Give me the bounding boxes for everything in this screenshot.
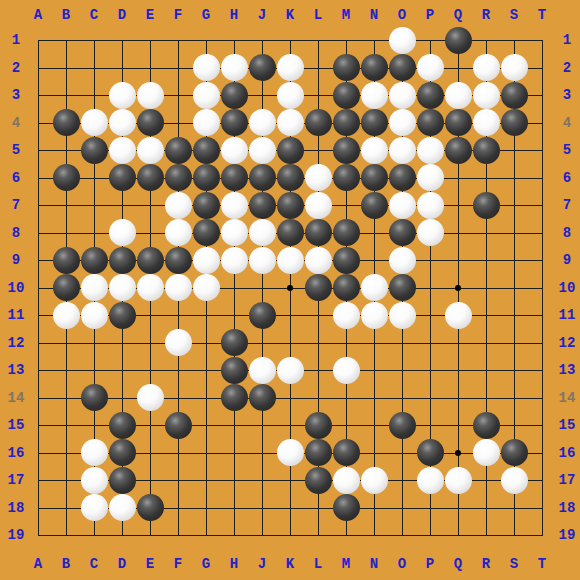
board-cell[interactable]: ○	[360, 136, 388, 164]
board-cell[interactable]	[24, 439, 52, 467]
board-cell[interactable]	[164, 466, 192, 494]
board-cell[interactable]: ●	[108, 246, 136, 274]
board-cell[interactable]	[220, 466, 248, 494]
board-cell[interactable]	[80, 356, 108, 384]
board-cell[interactable]: ●	[332, 439, 360, 467]
board-cell[interactable]	[248, 329, 276, 357]
board-cell[interactable]	[80, 164, 108, 192]
board-cell[interactable]	[24, 494, 52, 522]
board-cell[interactable]	[80, 219, 108, 247]
board-cell[interactable]	[528, 81, 556, 109]
board-cell[interactable]: ●	[416, 109, 444, 137]
board-cell[interactable]	[24, 109, 52, 137]
board-cell[interactable]	[360, 439, 388, 467]
board-cell[interactable]: ○	[332, 466, 360, 494]
board-cell[interactable]: ○	[416, 191, 444, 219]
board-cell[interactable]: ●	[248, 54, 276, 82]
board-cell[interactable]	[388, 521, 416, 549]
board-cell[interactable]: ○	[80, 301, 108, 329]
board-cell[interactable]: ●	[444, 26, 472, 54]
board-cell[interactable]	[472, 301, 500, 329]
board-cell[interactable]	[220, 439, 248, 467]
board-cell[interactable]	[80, 521, 108, 549]
board-cell[interactable]: ●	[388, 54, 416, 82]
board-cell[interactable]	[276, 466, 304, 494]
board-cell[interactable]	[528, 109, 556, 137]
board-cell[interactable]	[500, 219, 528, 247]
board-cell[interactable]: ●	[304, 466, 332, 494]
board-cell[interactable]: ●	[108, 301, 136, 329]
board-cell[interactable]	[136, 191, 164, 219]
board-cell[interactable]	[136, 356, 164, 384]
board-cell[interactable]	[164, 109, 192, 137]
board-cell[interactable]: ○	[472, 109, 500, 137]
board-cell[interactable]	[24, 219, 52, 247]
board-cell[interactable]	[220, 411, 248, 439]
board-cell[interactable]: ○	[80, 494, 108, 522]
board-cell[interactable]	[136, 26, 164, 54]
board-cell[interactable]	[108, 26, 136, 54]
board-cell[interactable]	[472, 26, 500, 54]
board-cell[interactable]	[500, 246, 528, 274]
board-cell[interactable]	[192, 466, 220, 494]
board-cell[interactable]	[192, 411, 220, 439]
board-cell[interactable]: ○	[360, 81, 388, 109]
board-cell[interactable]: ○	[304, 191, 332, 219]
board-cell[interactable]: ○	[220, 246, 248, 274]
board-cell[interactable]	[528, 301, 556, 329]
board-cell[interactable]	[444, 246, 472, 274]
board-cell[interactable]: ○	[276, 439, 304, 467]
board-cell[interactable]: ●	[304, 219, 332, 247]
board-cell[interactable]	[220, 301, 248, 329]
board-cell[interactable]	[360, 219, 388, 247]
board-cell[interactable]: ●	[332, 81, 360, 109]
board-cell[interactable]: ●	[52, 109, 80, 137]
board-cell[interactable]	[248, 521, 276, 549]
board-cell[interactable]	[500, 356, 528, 384]
board-cell[interactable]	[528, 136, 556, 164]
board-cell[interactable]	[276, 494, 304, 522]
board-cell[interactable]: ●	[80, 384, 108, 412]
board-cell[interactable]	[220, 26, 248, 54]
board-cell[interactable]	[80, 191, 108, 219]
board-cell[interactable]	[528, 411, 556, 439]
board-cell[interactable]	[164, 439, 192, 467]
board-cell[interactable]	[192, 356, 220, 384]
board-cell[interactable]: ●	[304, 109, 332, 137]
board-cell[interactable]	[80, 26, 108, 54]
board-cell[interactable]: ○	[388, 191, 416, 219]
board-cell[interactable]: ●	[164, 246, 192, 274]
board-cell[interactable]	[52, 81, 80, 109]
board-cell[interactable]: ○	[220, 219, 248, 247]
board-cell[interactable]	[444, 439, 472, 467]
board-cell[interactable]	[388, 329, 416, 357]
board-cell[interactable]	[444, 274, 472, 302]
board-cell[interactable]: ●	[108, 411, 136, 439]
board-cell[interactable]: ●	[416, 439, 444, 467]
board-cell[interactable]	[528, 329, 556, 357]
board-cell[interactable]: ●	[52, 246, 80, 274]
board-cell[interactable]	[472, 164, 500, 192]
board-cell[interactable]: ●	[332, 164, 360, 192]
board-cell[interactable]	[164, 54, 192, 82]
board-cell[interactable]	[108, 521, 136, 549]
board-cell[interactable]	[52, 26, 80, 54]
board-cell[interactable]	[528, 54, 556, 82]
board-cell[interactable]	[24, 136, 52, 164]
board-cell[interactable]: ○	[192, 246, 220, 274]
board-cell[interactable]	[360, 329, 388, 357]
board-cell[interactable]	[416, 521, 444, 549]
board-cell[interactable]: ●	[472, 411, 500, 439]
board-cell[interactable]: ○	[472, 439, 500, 467]
board-cell[interactable]: ●	[248, 301, 276, 329]
board-cell[interactable]	[500, 411, 528, 439]
board-cell[interactable]: ○	[388, 301, 416, 329]
board-cell[interactable]: ○	[192, 109, 220, 137]
board-cell[interactable]	[472, 466, 500, 494]
board-cell[interactable]	[360, 26, 388, 54]
board-cell[interactable]	[52, 439, 80, 467]
board-cell[interactable]: ○	[108, 109, 136, 137]
board-cell[interactable]: ●	[472, 191, 500, 219]
board-cell[interactable]: ●	[136, 494, 164, 522]
board-cell[interactable]	[500, 384, 528, 412]
board-cell[interactable]	[444, 164, 472, 192]
board-cell[interactable]	[332, 384, 360, 412]
board-cell[interactable]: ●	[304, 411, 332, 439]
board-cell[interactable]	[276, 329, 304, 357]
board-cell[interactable]	[248, 411, 276, 439]
board-cell[interactable]: ○	[164, 219, 192, 247]
go-board[interactable]: ○●○○●○●●●○○○○○○●○●○○●○○●●○○●○●○○●●●○●●○●…	[24, 26, 556, 549]
board-cell[interactable]	[360, 521, 388, 549]
board-cell[interactable]	[528, 26, 556, 54]
board-cell[interactable]: ○	[276, 54, 304, 82]
board-cell[interactable]: ○	[108, 219, 136, 247]
board-cell[interactable]	[108, 191, 136, 219]
board-cell[interactable]: ○	[52, 301, 80, 329]
board-cell[interactable]	[108, 54, 136, 82]
board-cell[interactable]: ●	[304, 439, 332, 467]
board-cell[interactable]: ○	[108, 81, 136, 109]
board-cell[interactable]	[304, 521, 332, 549]
board-cell[interactable]	[472, 384, 500, 412]
board-cell[interactable]	[136, 439, 164, 467]
board-cell[interactable]: ●	[360, 54, 388, 82]
board-cell[interactable]	[332, 411, 360, 439]
board-cell[interactable]: ●	[220, 109, 248, 137]
board-cell[interactable]	[220, 521, 248, 549]
board-cell[interactable]: ○	[248, 246, 276, 274]
board-cell[interactable]: ○	[444, 81, 472, 109]
board-cell[interactable]	[164, 26, 192, 54]
board-cell[interactable]	[80, 81, 108, 109]
board-cell[interactable]: ●	[332, 54, 360, 82]
board-cell[interactable]: ●	[192, 136, 220, 164]
board-cell[interactable]: ●	[332, 219, 360, 247]
board-cell[interactable]: ●	[108, 439, 136, 467]
board-cell[interactable]	[108, 356, 136, 384]
board-cell[interactable]	[80, 54, 108, 82]
board-cell[interactable]: ○	[80, 439, 108, 467]
board-cell[interactable]	[416, 356, 444, 384]
board-cell[interactable]	[276, 521, 304, 549]
board-cell[interactable]	[304, 26, 332, 54]
board-cell[interactable]	[528, 466, 556, 494]
board-cell[interactable]	[192, 521, 220, 549]
board-cell[interactable]: ○	[304, 164, 332, 192]
board-cell[interactable]	[528, 219, 556, 247]
board-cell[interactable]	[332, 521, 360, 549]
board-cell[interactable]	[276, 274, 304, 302]
board-cell[interactable]	[108, 384, 136, 412]
board-cell[interactable]: ○	[80, 274, 108, 302]
board-cell[interactable]: ○	[444, 466, 472, 494]
board-cell[interactable]	[248, 439, 276, 467]
board-cell[interactable]: ●	[332, 274, 360, 302]
board-cell[interactable]: ●	[220, 81, 248, 109]
board-cell[interactable]: ○	[164, 274, 192, 302]
board-cell[interactable]: ●	[276, 219, 304, 247]
board-cell[interactable]	[276, 411, 304, 439]
board-cell[interactable]	[136, 329, 164, 357]
board-cell[interactable]	[276, 384, 304, 412]
board-cell[interactable]: ○	[136, 274, 164, 302]
board-cell[interactable]	[360, 494, 388, 522]
board-cell[interactable]	[52, 521, 80, 549]
board-cell[interactable]: ○	[192, 274, 220, 302]
board-cell[interactable]: ●	[388, 274, 416, 302]
board-cell[interactable]	[164, 301, 192, 329]
board-cell[interactable]: ●	[220, 384, 248, 412]
board-cell[interactable]	[500, 164, 528, 192]
board-cell[interactable]: ●	[500, 81, 528, 109]
board-cell[interactable]	[304, 384, 332, 412]
board-cell[interactable]: ●	[360, 191, 388, 219]
board-cell[interactable]	[24, 411, 52, 439]
board-cell[interactable]	[24, 274, 52, 302]
board-cell[interactable]: ○	[220, 191, 248, 219]
board-cell[interactable]: ●	[52, 274, 80, 302]
board-cell[interactable]	[248, 26, 276, 54]
board-cell[interactable]	[52, 411, 80, 439]
board-cell[interactable]: ○	[220, 136, 248, 164]
board-cell[interactable]	[136, 411, 164, 439]
board-cell[interactable]	[416, 411, 444, 439]
board-cell[interactable]: ○	[416, 54, 444, 82]
board-cell[interactable]: ●	[80, 136, 108, 164]
board-cell[interactable]: ●	[304, 274, 332, 302]
board-cell[interactable]: ●	[80, 246, 108, 274]
board-cell[interactable]: ●	[388, 164, 416, 192]
board-cell[interactable]	[220, 494, 248, 522]
board-cell[interactable]: ●	[416, 81, 444, 109]
board-cell[interactable]: ○	[192, 81, 220, 109]
board-cell[interactable]	[388, 439, 416, 467]
board-cell[interactable]: ●	[472, 136, 500, 164]
board-cell[interactable]	[24, 164, 52, 192]
board-cell[interactable]	[52, 136, 80, 164]
board-cell[interactable]	[192, 301, 220, 329]
board-cell[interactable]: ○	[248, 356, 276, 384]
board-cell[interactable]: ●	[332, 246, 360, 274]
board-cell[interactable]: ○	[360, 301, 388, 329]
board-cell[interactable]: ●	[360, 164, 388, 192]
board-cell[interactable]	[52, 54, 80, 82]
board-cell[interactable]	[276, 301, 304, 329]
board-cell[interactable]	[248, 494, 276, 522]
board-cell[interactable]	[192, 329, 220, 357]
board-cell[interactable]	[304, 54, 332, 82]
board-cell[interactable]	[136, 301, 164, 329]
board-cell[interactable]	[444, 329, 472, 357]
board-cell[interactable]	[416, 494, 444, 522]
board-cell[interactable]: ●	[276, 164, 304, 192]
board-cell[interactable]: ○	[164, 191, 192, 219]
board-cell[interactable]	[24, 329, 52, 357]
board-cell[interactable]	[136, 219, 164, 247]
board-cell[interactable]: ○	[416, 164, 444, 192]
board-cell[interactable]: ●	[248, 191, 276, 219]
board-cell[interactable]	[444, 356, 472, 384]
board-cell[interactable]	[388, 384, 416, 412]
board-cell[interactable]	[500, 274, 528, 302]
board-cell[interactable]	[24, 54, 52, 82]
board-cell[interactable]: ○	[388, 136, 416, 164]
board-cell[interactable]	[444, 219, 472, 247]
board-cell[interactable]	[52, 219, 80, 247]
board-cell[interactable]: ○	[416, 219, 444, 247]
board-cell[interactable]: ○	[276, 109, 304, 137]
board-cell[interactable]: ○	[248, 109, 276, 137]
board-cell[interactable]	[444, 521, 472, 549]
board-cell[interactable]: ○	[416, 466, 444, 494]
board-cell[interactable]	[500, 136, 528, 164]
board-cell[interactable]: ●	[332, 494, 360, 522]
board-cell[interactable]: ○	[276, 81, 304, 109]
board-cell[interactable]	[164, 356, 192, 384]
board-cell[interactable]	[304, 494, 332, 522]
board-cell[interactable]	[164, 494, 192, 522]
board-cell[interactable]: ○	[360, 466, 388, 494]
board-cell[interactable]: ○	[164, 329, 192, 357]
board-cell[interactable]: ○	[388, 26, 416, 54]
board-cell[interactable]: ●	[192, 191, 220, 219]
board-cell[interactable]: ●	[388, 411, 416, 439]
board-cell[interactable]: ●	[136, 109, 164, 137]
board-cell[interactable]	[388, 494, 416, 522]
board-cell[interactable]	[416, 26, 444, 54]
board-cell[interactable]	[472, 494, 500, 522]
board-cell[interactable]	[52, 494, 80, 522]
board-cell[interactable]	[108, 329, 136, 357]
board-cell[interactable]	[24, 26, 52, 54]
board-cell[interactable]	[52, 191, 80, 219]
board-cell[interactable]	[136, 54, 164, 82]
board-cell[interactable]	[416, 384, 444, 412]
board-cell[interactable]	[472, 219, 500, 247]
board-cell[interactable]: ●	[276, 191, 304, 219]
board-cell[interactable]	[52, 466, 80, 494]
board-cell[interactable]: ●	[136, 164, 164, 192]
board-cell[interactable]: ●	[500, 109, 528, 137]
board-cell[interactable]	[444, 411, 472, 439]
board-cell[interactable]	[444, 384, 472, 412]
board-cell[interactable]	[304, 136, 332, 164]
board-cell[interactable]: ○	[416, 136, 444, 164]
board-cell[interactable]	[416, 329, 444, 357]
board-cell[interactable]: ●	[220, 164, 248, 192]
board-cell[interactable]	[24, 384, 52, 412]
board-cell[interactable]	[80, 329, 108, 357]
board-cell[interactable]: ●	[108, 164, 136, 192]
board-cell[interactable]	[248, 81, 276, 109]
board-cell[interactable]	[528, 191, 556, 219]
board-cell[interactable]	[192, 494, 220, 522]
board-cell[interactable]	[388, 466, 416, 494]
board-cell[interactable]	[528, 384, 556, 412]
board-cell[interactable]: ○	[500, 54, 528, 82]
board-cell[interactable]	[500, 301, 528, 329]
board-cell[interactable]: ●	[360, 109, 388, 137]
board-cell[interactable]	[164, 384, 192, 412]
board-cell[interactable]: ●	[332, 109, 360, 137]
board-cell[interactable]	[528, 521, 556, 549]
board-cell[interactable]	[24, 466, 52, 494]
board-cell[interactable]	[360, 411, 388, 439]
board-cell[interactable]	[248, 466, 276, 494]
board-cell[interactable]: ○	[304, 246, 332, 274]
board-cell[interactable]: ○	[248, 219, 276, 247]
board-cell[interactable]	[136, 521, 164, 549]
board-cell[interactable]: ●	[192, 164, 220, 192]
board-cell[interactable]: ○	[472, 54, 500, 82]
board-cell[interactable]	[444, 494, 472, 522]
board-cell[interactable]: ●	[444, 136, 472, 164]
board-cell[interactable]: ○	[80, 466, 108, 494]
board-cell[interactable]	[416, 246, 444, 274]
board-cell[interactable]: ○	[136, 384, 164, 412]
board-cell[interactable]	[528, 494, 556, 522]
board-cell[interactable]: ●	[332, 136, 360, 164]
board-cell[interactable]	[500, 191, 528, 219]
board-cell[interactable]: ○	[248, 136, 276, 164]
board-cell[interactable]	[528, 356, 556, 384]
board-cell[interactable]	[164, 521, 192, 549]
board-cell[interactable]: ○	[108, 494, 136, 522]
board-cell[interactable]: ●	[52, 164, 80, 192]
board-cell[interactable]	[360, 356, 388, 384]
board-cell[interactable]: ○	[360, 274, 388, 302]
board-cell[interactable]: ○	[444, 301, 472, 329]
board-cell[interactable]	[304, 301, 332, 329]
board-cell[interactable]: ○	[388, 81, 416, 109]
board-cell[interactable]	[332, 329, 360, 357]
board-cell[interactable]: ○	[136, 136, 164, 164]
board-cell[interactable]	[500, 329, 528, 357]
board-cell[interactable]: ●	[220, 356, 248, 384]
board-cell[interactable]	[360, 246, 388, 274]
board-cell[interactable]	[472, 274, 500, 302]
board-cell[interactable]: ●	[108, 466, 136, 494]
board-cell[interactable]: ○	[388, 109, 416, 137]
board-cell[interactable]: ○	[500, 466, 528, 494]
board-cell[interactable]	[220, 274, 248, 302]
board-cell[interactable]	[304, 329, 332, 357]
